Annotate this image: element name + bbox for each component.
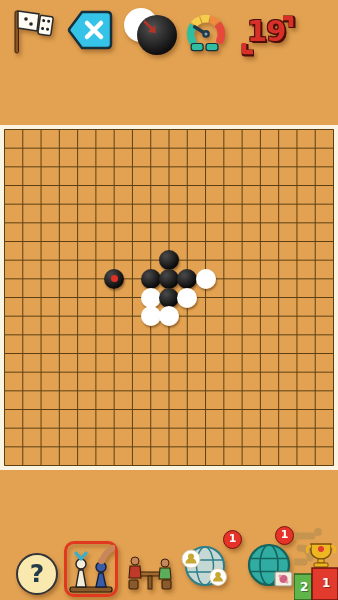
surrender-flag-button[interactable] — [8, 4, 58, 56]
stone-black — [159, 269, 179, 289]
turn-indicator — [124, 5, 178, 57]
speedometer-icon — [183, 8, 229, 56]
board-size-button[interactable]: 19 — [240, 12, 298, 60]
last-move-marker — [111, 275, 118, 282]
board[interactable] — [0, 125, 338, 470]
online-notification-badge: 1 — [223, 530, 242, 549]
stone-black — [141, 269, 161, 289]
podium-first-label: 1 — [322, 576, 330, 590]
local-two-player-button[interactable] — [124, 551, 176, 597]
stone-black — [177, 269, 197, 289]
people-at-table-icon — [124, 551, 176, 597]
stone-white — [141, 306, 161, 326]
turn-arrow-icon — [143, 20, 161, 38]
stone-white — [196, 269, 216, 289]
white-flag-icon — [8, 4, 58, 56]
leaderboard-button[interactable]: 2 1 — [294, 522, 338, 600]
stone-black — [159, 288, 179, 308]
board-size-label: 19 — [247, 14, 285, 48]
game-screen: 19 ? — [0, 0, 338, 600]
difficulty-gauge-button[interactable] — [183, 8, 229, 56]
country-room-button[interactable]: 1 — [242, 534, 302, 598]
help-label: ? — [18, 555, 56, 592]
flag-emblem — [275, 572, 292, 586]
game-mode-button-selected[interactable] — [64, 541, 118, 597]
hands-moving-pawns-icon — [67, 544, 115, 594]
stone-black — [104, 269, 124, 289]
close-x-icon — [67, 10, 113, 50]
room-notification-badge: 1 — [275, 526, 294, 545]
podium-second-label: 2 — [300, 580, 308, 594]
globe-flag-icon — [242, 534, 300, 596]
close-button[interactable] — [67, 10, 113, 50]
stone-white — [177, 288, 197, 308]
stone-white — [141, 288, 161, 308]
black-stone-turn-icon — [137, 15, 177, 55]
help-button[interactable]: ? — [16, 553, 58, 595]
online-players-button[interactable]: 1 — [178, 536, 240, 596]
